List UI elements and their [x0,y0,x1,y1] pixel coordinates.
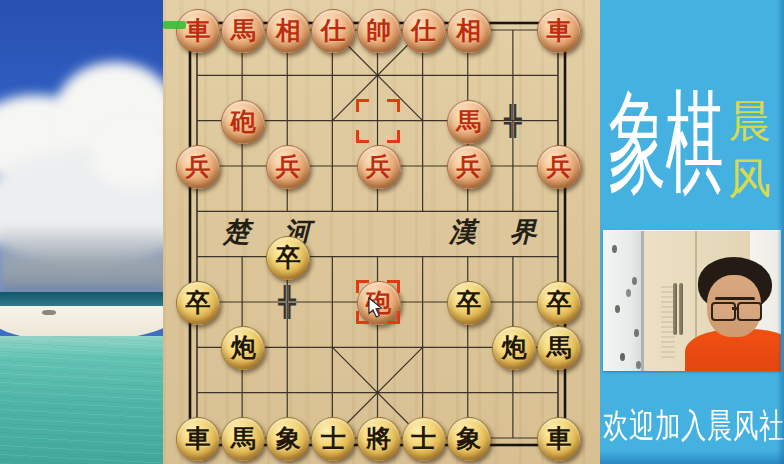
piece-red-chariot[interactable]: 車 [537,9,581,53]
piece-black-pawn[interactable]: 卒 [266,236,310,280]
river-label-han-jie: 漢 界 [449,214,548,250]
piece-red-pawn[interactable]: 兵 [357,145,401,189]
watermark [163,21,186,29]
webcam-shelf [603,231,641,371]
piece-red-cannon[interactable]: 砲 [221,100,265,144]
channel-subtitle: 晨风 [728,93,776,207]
welcome-text: 欢迎加入晨风社 [603,403,784,449]
glasses-right-lens [737,302,762,321]
sidebar-right-edge [777,0,784,464]
piece-black-advisor[interactable]: 士 [402,417,446,461]
piece-red-horse[interactable]: 馬 [221,9,265,53]
shelf-pegs [612,245,617,253]
sidebar: 象棋 晨风 欢迎加入晨风社 [600,0,784,464]
piece-black-elephant[interactable]: 象 [266,417,310,461]
wardrobe-handle [673,283,677,335]
sidebar-bottom-edge [600,450,784,464]
piece-red-pawn[interactable]: 兵 [537,145,581,189]
video-frame: 楚 河 漢 界 車馬相仕帥仕相車砲馬兵兵兵兵兵砲卒卒卒卒炮炮馬車馬象士將士象車╬… [0,0,784,464]
lagoon-water [0,336,167,464]
cloud-band [0,228,167,294]
piece-red-pawn[interactable]: 兵 [176,145,220,189]
move-marker-cross: ╬ [498,106,528,136]
piece-red-advisor[interactable]: 仕 [402,9,446,53]
xiangqi-board[interactable]: 楚 河 漢 界 車馬相仕帥仕相車砲馬兵兵兵兵兵砲卒卒卒卒炮炮馬車馬象士將士象車╬… [163,0,600,464]
wardrobe-handle [679,283,683,335]
piece-black-cannon[interactable]: 炮 [492,326,536,370]
piece-red-king[interactable]: 帥 [357,9,401,53]
piece-black-pawn[interactable]: 卒 [537,281,581,325]
piece-red-pawn[interactable]: 兵 [447,145,491,189]
piece-red-chariot[interactable]: 車 [176,9,220,53]
piece-red-elephant[interactable]: 相 [447,9,491,53]
piece-black-horse[interactable]: 馬 [537,326,581,370]
piece-red-horse[interactable]: 馬 [447,100,491,144]
piece-black-horse[interactable]: 馬 [221,417,265,461]
piece-black-pawn[interactable]: 卒 [176,281,220,325]
glasses-left-lens [711,302,736,321]
piece-black-elephant[interactable]: 象 [447,417,491,461]
piece-black-chariot[interactable]: 車 [176,417,220,461]
piece-red-elephant[interactable]: 相 [266,9,310,53]
piece-red-pawn[interactable]: 兵 [266,145,310,189]
beach-object [42,310,56,315]
piece-black-chariot[interactable]: 車 [537,417,581,461]
piece-black-pawn[interactable]: 卒 [447,281,491,325]
mouse-cursor-icon [368,297,384,319]
beach-photo [0,0,167,464]
webcam-view [603,230,781,371]
move-marker-cross: ╬ [272,287,302,317]
glasses-bridge [732,307,738,310]
channel-title: 象棋 [608,86,722,198]
piece-black-king[interactable]: 將 [357,417,401,461]
presenter-eyebrows [715,297,755,300]
